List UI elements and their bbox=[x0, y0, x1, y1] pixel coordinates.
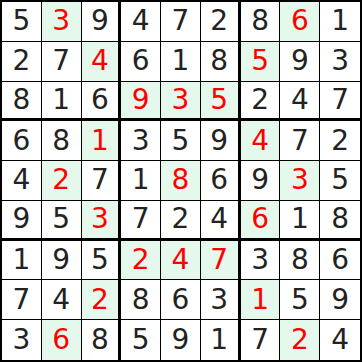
cell-r7c1[interactable]: 1 bbox=[2, 241, 42, 281]
cell-r6c7[interactable]: 6 bbox=[241, 201, 281, 241]
cell-r6c1[interactable]: 9 bbox=[2, 201, 42, 241]
cell-r8c3[interactable]: 2 bbox=[82, 280, 122, 320]
cell-r3c8[interactable]: 4 bbox=[280, 82, 320, 122]
cell-r4c6[interactable]: 9 bbox=[201, 121, 241, 161]
cell-r8c5[interactable]: 6 bbox=[161, 280, 201, 320]
cell-r1c3[interactable]: 9 bbox=[82, 2, 122, 42]
cell-r4c2[interactable]: 8 bbox=[42, 121, 82, 161]
cell-r4c9[interactable]: 2 bbox=[320, 121, 360, 161]
cell-r9c3[interactable]: 8 bbox=[82, 320, 122, 360]
cell-r4c5[interactable]: 5 bbox=[161, 121, 201, 161]
cell-r5c9[interactable]: 5 bbox=[320, 161, 360, 201]
cell-r8c7[interactable]: 1 bbox=[241, 280, 281, 320]
cell-r7c2[interactable]: 9 bbox=[42, 241, 82, 281]
cell-r6c2[interactable]: 5 bbox=[42, 201, 82, 241]
cell-r7c6[interactable]: 7 bbox=[201, 241, 241, 281]
cell-r8c8[interactable]: 5 bbox=[280, 280, 320, 320]
cell-r4c3[interactable]: 1 bbox=[82, 121, 122, 161]
cell-r2c4[interactable]: 6 bbox=[121, 42, 161, 82]
cell-r8c4[interactable]: 8 bbox=[121, 280, 161, 320]
cell-r9c4[interactable]: 5 bbox=[121, 320, 161, 360]
cell-r7c5[interactable]: 4 bbox=[161, 241, 201, 281]
sudoku-board: 5394728612746185938169352476813594724271… bbox=[0, 0, 362, 362]
cell-r6c8[interactable]: 1 bbox=[280, 201, 320, 241]
cell-r6c3[interactable]: 3 bbox=[82, 201, 122, 241]
cell-r8c2[interactable]: 4 bbox=[42, 280, 82, 320]
cell-r3c9[interactable]: 7 bbox=[320, 82, 360, 122]
cell-r1c8[interactable]: 6 bbox=[280, 2, 320, 42]
cell-r3c4[interactable]: 9 bbox=[121, 82, 161, 122]
cell-r5c2[interactable]: 2 bbox=[42, 161, 82, 201]
cell-r5c8[interactable]: 3 bbox=[280, 161, 320, 201]
cell-r5c6[interactable]: 6 bbox=[201, 161, 241, 201]
cell-r5c1[interactable]: 4 bbox=[2, 161, 42, 201]
cell-r9c6[interactable]: 1 bbox=[201, 320, 241, 360]
cell-r6c4[interactable]: 7 bbox=[121, 201, 161, 241]
cell-r1c1[interactable]: 5 bbox=[2, 2, 42, 42]
cell-r1c6[interactable]: 2 bbox=[201, 2, 241, 42]
cell-r1c2[interactable]: 3 bbox=[42, 2, 82, 42]
cell-r8c6[interactable]: 3 bbox=[201, 280, 241, 320]
cell-r3c7[interactable]: 2 bbox=[241, 82, 281, 122]
cell-r9c5[interactable]: 9 bbox=[161, 320, 201, 360]
cell-r3c1[interactable]: 8 bbox=[2, 82, 42, 122]
cell-r8c9[interactable]: 9 bbox=[320, 280, 360, 320]
cell-r2c8[interactable]: 9 bbox=[280, 42, 320, 82]
cell-r7c4[interactable]: 2 bbox=[121, 241, 161, 281]
cell-r3c2[interactable]: 1 bbox=[42, 82, 82, 122]
cell-r9c8[interactable]: 2 bbox=[280, 320, 320, 360]
cell-r2c3[interactable]: 4 bbox=[82, 42, 122, 82]
cell-r2c6[interactable]: 8 bbox=[201, 42, 241, 82]
cell-r1c4[interactable]: 4 bbox=[121, 2, 161, 42]
cell-r9c7[interactable]: 7 bbox=[241, 320, 281, 360]
cell-r3c5[interactable]: 3 bbox=[161, 82, 201, 122]
cell-r6c9[interactable]: 8 bbox=[320, 201, 360, 241]
cell-r9c2[interactable]: 6 bbox=[42, 320, 82, 360]
cell-r7c8[interactable]: 8 bbox=[280, 241, 320, 281]
cell-r5c7[interactable]: 9 bbox=[241, 161, 281, 201]
cell-r4c7[interactable]: 4 bbox=[241, 121, 281, 161]
cell-r9c1[interactable]: 3 bbox=[2, 320, 42, 360]
cell-r7c9[interactable]: 6 bbox=[320, 241, 360, 281]
cell-r5c3[interactable]: 7 bbox=[82, 161, 122, 201]
cell-r4c8[interactable]: 7 bbox=[280, 121, 320, 161]
cell-r1c9[interactable]: 1 bbox=[320, 2, 360, 42]
cell-r3c3[interactable]: 6 bbox=[82, 82, 122, 122]
cell-r6c5[interactable]: 2 bbox=[161, 201, 201, 241]
cell-r4c4[interactable]: 3 bbox=[121, 121, 161, 161]
cell-r7c3[interactable]: 5 bbox=[82, 241, 122, 281]
cell-r2c2[interactable]: 7 bbox=[42, 42, 82, 82]
cell-r2c7[interactable]: 5 bbox=[241, 42, 281, 82]
cell-r3c6[interactable]: 5 bbox=[201, 82, 241, 122]
cell-r2c5[interactable]: 1 bbox=[161, 42, 201, 82]
cell-r7c7[interactable]: 3 bbox=[241, 241, 281, 281]
cell-r2c9[interactable]: 3 bbox=[320, 42, 360, 82]
cell-r2c1[interactable]: 2 bbox=[2, 42, 42, 82]
cell-r1c5[interactable]: 7 bbox=[161, 2, 201, 42]
cell-r8c1[interactable]: 7 bbox=[2, 280, 42, 320]
cell-r9c9[interactable]: 4 bbox=[320, 320, 360, 360]
cell-r5c5[interactable]: 8 bbox=[161, 161, 201, 201]
cell-r1c7[interactable]: 8 bbox=[241, 2, 281, 42]
cell-r5c4[interactable]: 1 bbox=[121, 161, 161, 201]
cell-r4c1[interactable]: 6 bbox=[2, 121, 42, 161]
cell-r6c6[interactable]: 4 bbox=[201, 201, 241, 241]
